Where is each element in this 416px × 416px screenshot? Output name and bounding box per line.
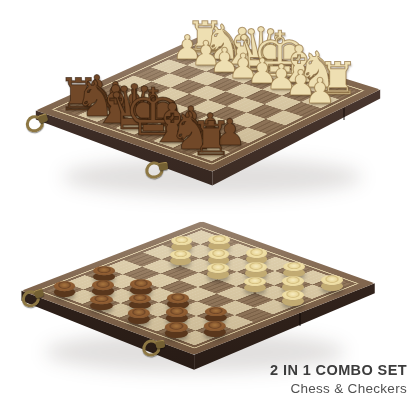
caption-title: 2 IN 1 COMBO SET — [270, 362, 407, 378]
caption-subtitle: Chess & Checkers — [270, 381, 407, 396]
brass-latch — [141, 335, 169, 356]
brass-latch — [144, 157, 172, 178]
product-photo-scene: ♜♞♝♛♚♝♞♜♟♟♟♟♟♟♟♟♟♟♟♟♟♟♟♟♜♞♝♛♚♝♞♜ 2 IN 1 … — [0, 0, 416, 416]
latch-plate — [33, 288, 44, 298]
fold-seam — [299, 313, 301, 326]
fold-seam — [343, 108, 345, 120]
latch-plate — [155, 340, 165, 349]
latch-plate — [37, 113, 48, 123]
checkers-board-surface — [21, 221, 374, 354]
latch-plate — [158, 162, 168, 171]
caption: 2 IN 1 COMBO SET Chess & Checkers — [270, 362, 407, 396]
